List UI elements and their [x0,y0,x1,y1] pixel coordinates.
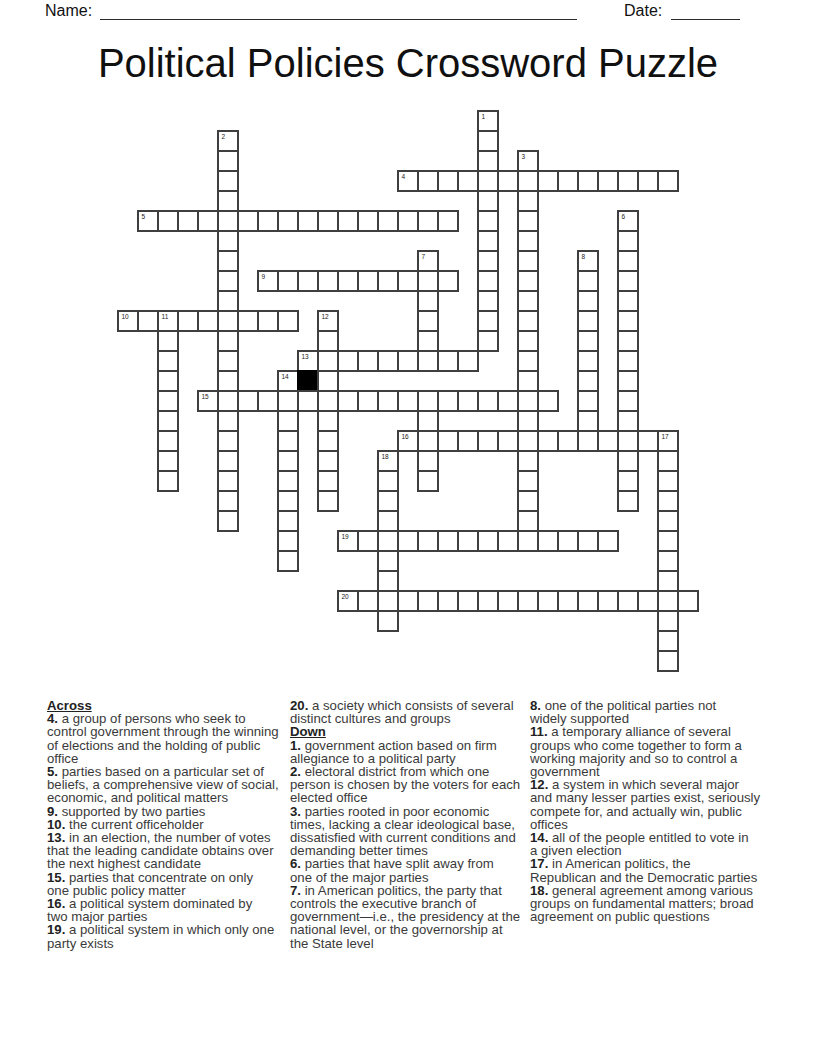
cell-r16-c15[interactable] [417,430,439,452]
name-blank-line [100,19,577,20]
cell-r17-c13[interactable]: 18 [377,450,399,472]
cell-r11-c10[interactable] [317,330,339,352]
cell-r9-c18[interactable] [477,290,499,312]
cell-r19-c8[interactable] [277,490,299,512]
cell-r24-c21[interactable] [537,590,559,612]
clue-down-17: 17. in American politics, the Republican… [530,857,782,883]
clue-down-7: 7. in American politics, the party that … [290,884,542,950]
cell-r8-c8[interactable] [277,270,299,292]
clue-down-14: 14. all of the people entitled to vote i… [530,831,782,857]
cell-r9-c5[interactable] [217,290,239,312]
cell-r15-c2[interactable] [157,410,179,432]
cell-r16-c24[interactable] [597,430,619,452]
cell-r1-c18[interactable] [477,130,499,152]
clue-text: one of the political parties not widely … [530,698,716,726]
cell-r15-c5[interactable] [217,410,239,432]
cell-r18-c15[interactable] [417,470,439,492]
cell-r7-c15[interactable]: 7 [417,250,439,272]
cell-r4-c5[interactable] [217,190,239,212]
cell-r14-c8[interactable] [277,390,299,412]
cell-r20-c27[interactable] [657,510,679,532]
cell-r12-c17[interactable] [457,350,479,372]
cell-r3-c24[interactable] [597,170,619,192]
cell-r16-c27[interactable]: 17 [657,430,679,452]
cell-r5-c2[interactable] [157,210,179,232]
cell-r9-c23[interactable] [577,290,599,312]
clue-text: in American politics, the party that con… [290,883,520,951]
cell-r8-c23[interactable] [577,270,599,292]
cell-r3-c15[interactable] [417,170,439,192]
cell-r16-c5[interactable] [217,430,239,452]
cell-r5-c20[interactable] [517,210,539,232]
cell-r16-c16[interactable] [437,430,459,452]
cell-r12-c12[interactable] [357,350,379,372]
clue-text: government action based on firm allegian… [290,738,497,766]
cell-r21-c17[interactable] [457,530,479,552]
cell-r16-c21[interactable] [537,430,559,452]
cell-r21-c19[interactable] [497,530,519,552]
cell-r13-c8[interactable]: 14 [277,370,299,392]
cell-r5-c5[interactable] [217,210,239,232]
cell-r21-c8[interactable] [277,530,299,552]
cell-r5-c16[interactable] [437,210,459,232]
cell-r16-c17[interactable] [457,430,479,452]
cell-r16-c18[interactable] [477,430,499,452]
cell-r8-c14[interactable] [397,270,419,292]
cell-r8-c18[interactable] [477,270,499,292]
cell-r16-c19[interactable] [497,430,519,452]
cell-r16-c20[interactable] [517,430,539,452]
cell-r1-c5[interactable]: 2 [217,130,239,152]
cell-r0-c18[interactable]: 1 [477,110,499,132]
cell-r10-c5[interactable] [217,310,239,332]
cell-r5-c15[interactable] [417,210,439,232]
cell-r19-c5[interactable] [217,490,239,512]
cell-r26-c27[interactable] [657,630,679,652]
clues-column-2: 20. a society which consists of several … [290,699,542,950]
cell-r21-c20[interactable] [517,530,539,552]
name-label: Name: [45,2,92,20]
cell-r17-c5[interactable] [217,450,239,472]
clue-number-7: 7 [422,253,426,260]
cell-r23-c27[interactable] [657,570,679,592]
cell-r10-c10[interactable]: 12 [317,310,339,332]
cell-r14-c23[interactable] [577,390,599,412]
black-cell [297,370,319,392]
cell-r27-c27[interactable] [657,650,679,672]
clue-across-16: 16. a political system dominated by two … [47,897,299,923]
clue-number-6: 6 [622,213,626,220]
cell-r17-c2[interactable] [157,450,179,472]
clue-number-16: 16 [402,433,409,440]
clue-across-13: 13. in an election, the number of votes … [47,831,299,871]
cell-r18-c10[interactable] [317,470,339,492]
cell-r12-c23[interactable] [577,350,599,372]
clue-number-14: 14 [282,373,289,380]
cell-r4-c18[interactable] [477,190,499,212]
cell-r24-c19[interactable] [497,590,519,612]
cell-r10-c15[interactable] [417,310,439,332]
cell-r20-c20[interactable] [517,510,539,532]
cell-r8-c13[interactable] [377,270,399,292]
cell-r3-c27[interactable] [657,170,679,192]
cell-r12-c25[interactable] [617,350,639,372]
cell-r19-c10[interactable] [317,490,339,512]
clue-text: in an election, the number of votes that… [47,830,274,871]
cell-r2-c18[interactable] [477,150,499,172]
clues-column-3: 8. one of the political parties not wide… [530,699,782,923]
cell-r21-c22[interactable] [557,530,579,552]
cell-r18-c20[interactable] [517,470,539,492]
cell-r18-c5[interactable] [217,470,239,492]
cell-r6-c25[interactable] [617,230,639,252]
cell-r17-c25[interactable] [617,450,639,472]
cell-r5-c18[interactable] [477,210,499,232]
cell-r21-c27[interactable] [657,530,679,552]
cell-r24-c20[interactable] [517,590,539,612]
cell-r10-c1[interactable] [137,310,159,332]
cell-r10-c6[interactable] [237,310,259,332]
clue-number-17: 17 [662,433,669,440]
cell-r14-c4[interactable]: 15 [197,390,219,412]
cell-r24-c26[interactable] [637,590,659,612]
cell-r5-c9[interactable] [297,210,319,232]
cell-r13-c10[interactable] [317,370,339,392]
cell-r9-c25[interactable] [617,290,639,312]
cell-r6-c18[interactable] [477,230,499,252]
cell-r14-c15[interactable] [417,390,439,412]
cell-r18-c8[interactable] [277,470,299,492]
clue-text: a political system dominated by two majo… [47,896,252,924]
cell-r12-c9[interactable]: 13 [297,350,319,372]
cell-r17-c20[interactable] [517,450,539,472]
cell-r7-c25[interactable] [617,250,639,272]
clue-number-9: 9 [262,273,266,280]
cell-r21-c13[interactable] [377,530,399,552]
cell-r13-c23[interactable] [577,370,599,392]
cell-r14-c16[interactable] [437,390,459,412]
cell-r25-c13[interactable] [377,610,399,632]
clue-number-12: 12 [322,313,329,320]
clue-across-4: 4. a group of persons who seek to contro… [47,712,299,765]
cell-r24-c23[interactable] [577,590,599,612]
cell-r21-c18[interactable] [477,530,499,552]
cell-r3-c14[interactable]: 4 [397,170,419,192]
cell-r10-c0[interactable]: 10 [117,310,139,332]
clue-down-6: 6. parties that have split away from one… [290,857,542,883]
clue-number-20: 20 [342,593,349,600]
cell-r13-c2[interactable] [157,370,179,392]
cell-r21-c21[interactable] [537,530,559,552]
cell-r12-c5[interactable] [217,350,239,372]
cell-r24-c17[interactable] [457,590,479,612]
cell-r17-c27[interactable] [657,450,679,472]
cell-r5-c8[interactable] [277,210,299,232]
cell-r14-c9[interactable] [297,390,319,412]
cell-r3-c26[interactable] [637,170,659,192]
cell-r13-c5[interactable] [217,370,239,392]
cell-r24-c25[interactable] [617,590,639,612]
cell-r8-c10[interactable] [317,270,339,292]
page-title: Political Policies Crossword Puzzle [0,41,816,86]
clue-across-20: 20. a society which consists of several … [290,699,542,725]
cell-r24-c12[interactable] [357,590,379,612]
cell-r16-c26[interactable] [637,430,659,452]
cell-r10-c25[interactable] [617,310,639,332]
cell-r24-c13[interactable] [377,590,399,612]
cell-r14-c20[interactable] [517,390,539,412]
cell-r16-c2[interactable] [157,430,179,452]
cell-r22-c27[interactable] [657,550,679,572]
cell-r3-c17[interactable] [457,170,479,192]
cell-r14-c21[interactable] [537,390,559,412]
cell-r5-c7[interactable] [257,210,279,232]
cell-r19-c25[interactable] [617,490,639,512]
cell-r22-c13[interactable] [377,550,399,572]
cell-r22-c8[interactable] [277,550,299,572]
cell-r5-c10[interactable] [317,210,339,232]
cell-r17-c15[interactable] [417,450,439,472]
cell-r7-c20[interactable] [517,250,539,272]
cell-r21-c23[interactable] [577,530,599,552]
clue-number-1: 1 [482,113,486,120]
cell-r5-c11[interactable] [337,210,359,232]
clue-number-5: 5 [142,213,146,220]
cell-r15-c15[interactable] [417,410,439,432]
cell-r10-c18[interactable] [477,310,499,332]
cell-r14-c25[interactable] [617,390,639,412]
cell-r14-c17[interactable] [457,390,479,412]
clue-number-13: 13 [302,353,309,360]
cell-r8-c9[interactable] [297,270,319,292]
cell-r10-c8[interactable] [277,310,299,332]
cell-r3-c20[interactable] [517,170,539,192]
cell-r14-c11[interactable] [337,390,359,412]
clue-across-15: 15. parties that concentrate on only one… [47,871,299,897]
clue-text: a group of persons who seek to control g… [47,711,279,766]
cell-r18-c25[interactable] [617,470,639,492]
clue-text: a system in which several major and many… [530,777,760,832]
clue-number-11: 11 [162,313,169,320]
cell-r3-c16[interactable] [437,170,459,192]
cell-r6-c20[interactable] [517,230,539,252]
cell-r8-c25[interactable] [617,270,639,292]
cell-r8-c5[interactable] [217,270,239,292]
cell-r5-c25[interactable]: 6 [617,210,639,232]
cell-r20-c5[interactable] [217,510,239,532]
cell-r3-c25[interactable] [617,170,639,192]
cell-r16-c10[interactable] [317,430,339,452]
cell-r12-c15[interactable] [417,350,439,372]
clue-text: a society which consists of several dist… [290,698,514,726]
cell-r7-c23[interactable]: 8 [577,250,599,272]
cell-r19-c20[interactable] [517,490,539,512]
cell-r12-c14[interactable] [397,350,419,372]
clue-across-5: 5. parties based on a particular set of … [47,765,299,805]
cell-r24-c15[interactable] [417,590,439,612]
clue-number-2: 2 [222,133,226,140]
cell-r24-c16[interactable] [437,590,459,612]
cell-r24-c24[interactable] [597,590,619,612]
cell-r14-c7[interactable] [257,390,279,412]
clue-down-1: 1. government action based on firm alleg… [290,739,542,765]
cell-r24-c11[interactable]: 20 [337,590,359,612]
cell-r8-c7[interactable]: 9 [257,270,279,292]
clue-down-3: 3. parties rooted in poor economic times… [290,805,542,858]
date-label: Date: [624,2,662,20]
cell-r8-c11[interactable] [337,270,359,292]
cell-r25-c27[interactable] [657,610,679,632]
cell-r3-c23[interactable] [577,170,599,192]
cell-r14-c13[interactable] [377,390,399,412]
clue-across-19: 19. a political system in which only one… [47,923,299,949]
cell-r10-c4[interactable] [197,310,219,332]
clue-text: general agreement among various groups o… [530,883,754,924]
cell-r21-c16[interactable] [437,530,459,552]
cell-r14-c19[interactable] [497,390,519,412]
cell-r18-c2[interactable] [157,470,179,492]
cell-r5-c12[interactable] [357,210,379,232]
cell-r5-c14[interactable] [397,210,419,232]
clue-down-18: 18. general agreement among various grou… [530,884,782,924]
clue-text: parties rooted in poor economic times, l… [290,804,516,859]
cell-r15-c8[interactable] [277,410,299,432]
cell-r12-c10[interactable] [317,350,339,372]
clue-text: parties based on a particular set of bel… [47,764,279,805]
cell-r15-c20[interactable] [517,410,539,432]
cell-r24-c22[interactable] [557,590,579,612]
cell-r12-c20[interactable] [517,350,539,372]
cell-r12-c2[interactable] [157,350,179,372]
cell-r24-c28[interactable] [677,590,699,612]
cell-r8-c15[interactable] [417,270,439,292]
cell-r14-c14[interactable] [397,390,419,412]
cell-r14-c5[interactable] [217,390,239,412]
cell-r24-c27[interactable] [657,590,679,612]
cell-r3-c21[interactable] [537,170,559,192]
clue-down-12: 12. a system in which several major and … [530,778,782,831]
cell-r14-c10[interactable] [317,390,339,412]
cell-r15-c23[interactable] [577,410,599,432]
cell-r10-c20[interactable] [517,310,539,332]
clue-text: a temporary alliance of several groups w… [530,724,742,779]
clue-number-18: 18 [382,453,389,460]
cell-r3-c18[interactable] [477,170,499,192]
cell-r14-c12[interactable] [357,390,379,412]
cell-r11-c23[interactable] [577,330,599,352]
cell-r21-c14[interactable] [397,530,419,552]
cell-r14-c2[interactable] [157,390,179,412]
crossword-grid: 1234567891011121314151617181920 [117,110,699,672]
cell-r11-c5[interactable] [217,330,239,352]
cell-r5-c13[interactable] [377,210,399,232]
cell-r11-c15[interactable] [417,330,439,352]
cell-r6-c5[interactable] [217,230,239,252]
cell-r14-c18[interactable] [477,390,499,412]
clue-text: electoral district from which one person… [290,764,520,805]
cell-r14-c6[interactable] [237,390,259,412]
cell-r2-c20[interactable]: 3 [517,150,539,172]
cell-r2-c5[interactable] [217,150,239,172]
cell-r16-c25[interactable] [617,430,639,452]
clue-number-15: 15 [202,393,209,400]
cell-r11-c25[interactable] [617,330,639,352]
cell-r23-c13[interactable] [377,570,399,592]
clue-text: parties that have split away from one of… [290,856,494,884]
cell-r12-c13[interactable] [377,350,399,372]
date-blank-line [671,19,740,20]
cell-r24-c14[interactable] [397,590,419,612]
cell-r16-c8[interactable] [277,430,299,452]
cell-r9-c20[interactable] [517,290,539,312]
clue-number-10: 10 [122,313,129,320]
cell-r21-c11[interactable]: 19 [337,530,359,552]
cell-r11-c18[interactable] [477,330,499,352]
cell-r18-c27[interactable] [657,470,679,492]
cell-r10-c23[interactable] [577,310,599,332]
cell-r5-c1[interactable]: 5 [137,210,159,232]
cell-r10-c7[interactable] [257,310,279,332]
clue-text: a political system in which only one par… [47,922,274,950]
cell-r11-c20[interactable] [517,330,539,352]
clues-column-1: Across4. a group of persons who seek to … [47,699,299,950]
cell-r12-c11[interactable] [337,350,359,372]
cell-r5-c6[interactable] [237,210,259,232]
cell-r4-c20[interactable] [517,190,539,212]
cell-r16-c14[interactable]: 16 [397,430,419,452]
cell-r3-c5[interactable] [217,170,239,192]
clue-number-8: 8 [582,253,586,260]
clue-number-4: 4 [402,173,406,180]
cell-r7-c5[interactable] [217,250,239,272]
cell-r5-c4[interactable] [197,210,219,232]
cell-r15-c10[interactable] [317,410,339,432]
cell-r7-c18[interactable] [477,250,499,272]
cell-r8-c12[interactable] [357,270,379,292]
clue-text: all of the people entitled to vote in a … [530,830,749,858]
cell-r15-c25[interactable] [617,410,639,432]
cell-r11-c2[interactable] [157,330,179,352]
cell-r16-c23[interactable] [577,430,599,452]
clue-down-11: 11. a temporary alliance of several grou… [530,725,782,778]
cell-r20-c8[interactable] [277,510,299,532]
cell-r10-c3[interactable] [177,310,199,332]
cell-r13-c25[interactable] [617,370,639,392]
cell-r21-c24[interactable] [597,530,619,552]
cell-r9-c15[interactable] [417,290,439,312]
cell-r10-c2[interactable]: 11 [157,310,179,332]
cell-r21-c12[interactable] [357,530,379,552]
cell-r17-c8[interactable] [277,450,299,472]
cell-r21-c15[interactable] [417,530,439,552]
clue-down-8: 8. one of the political parties not wide… [530,699,782,725]
cell-r8-c16[interactable] [437,270,459,292]
cell-r20-c13[interactable] [377,510,399,532]
cell-r18-c13[interactable] [377,470,399,492]
cell-r19-c13[interactable] [377,490,399,512]
cell-r8-c20[interactable] [517,270,539,292]
cell-r12-c16[interactable] [437,350,459,372]
cell-r13-c20[interactable] [517,370,539,392]
cell-r16-c22[interactable] [557,430,579,452]
cell-r24-c18[interactable] [477,590,499,612]
cell-r5-c3[interactable] [177,210,199,232]
cell-r17-c10[interactable] [317,450,339,472]
cell-r3-c19[interactable] [497,170,519,192]
clue-text: parties that concentrate on only one pub… [47,870,253,898]
cell-r19-c27[interactable] [657,490,679,512]
cell-r3-c22[interactable] [557,170,579,192]
